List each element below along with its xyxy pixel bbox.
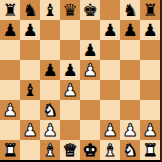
square-e1[interactable]: ♚ [80,140,100,160]
white-rook[interactable]: ♜ [2,140,17,160]
square-h2[interactable]: ♟ [140,120,160,140]
square-a8[interactable]: ♜ [0,0,20,20]
square-d1[interactable]: ♛ [60,140,80,160]
square-b3[interactable] [20,100,40,120]
square-g4[interactable] [120,80,140,100]
black-queen[interactable]: ♛ [62,0,77,20]
square-e3[interactable] [80,100,100,120]
square-a4[interactable] [0,80,20,100]
white-pawn[interactable]: ♟ [2,100,17,120]
square-d4[interactable]: ♟ [60,80,80,100]
black-bishop[interactable]: ♝ [22,80,37,100]
black-king[interactable]: ♚ [82,0,97,20]
square-f3[interactable] [100,100,120,120]
square-c6[interactable] [40,40,60,60]
square-e7[interactable] [80,20,100,40]
square-a1[interactable]: ♜ [0,140,20,160]
white-knight[interactable]: ♞ [122,140,137,160]
square-g5[interactable] [120,60,140,80]
square-g1[interactable]: ♞ [120,140,140,160]
white-pawn[interactable]: ♟ [122,120,137,140]
square-a7[interactable]: ♟ [0,20,20,40]
square-b1[interactable] [20,140,40,160]
white-pawn[interactable]: ♟ [22,120,37,140]
square-h1[interactable]: ♜ [140,140,160,160]
square-b4[interactable]: ♝ [20,80,40,100]
black-pawn[interactable]: ♟ [122,20,137,40]
square-b2[interactable]: ♟ [20,120,40,140]
board-container: ♜♞♝♛♚♞♜♟♟♟♟♟♟♟♟♟♝♟♟♞♟♟♟♟♟♜♝♛♚♝♞♜ [0,0,162,162]
square-e6[interactable]: ♟ [80,40,100,60]
square-c7[interactable] [40,20,60,40]
black-pawn[interactable]: ♟ [42,60,57,80]
black-bishop[interactable]: ♝ [42,0,57,20]
square-a5[interactable] [0,60,20,80]
white-king[interactable]: ♚ [82,140,97,160]
square-d5[interactable]: ♟ [60,60,80,80]
square-h5[interactable] [140,60,160,80]
square-b6[interactable] [20,40,40,60]
white-bishop[interactable]: ♝ [42,140,57,160]
square-e4[interactable] [80,80,100,100]
square-d3[interactable] [60,100,80,120]
white-pawn[interactable]: ♟ [102,120,117,140]
square-f6[interactable] [100,40,120,60]
square-f1[interactable]: ♝ [100,140,120,160]
square-c1[interactable]: ♝ [40,140,60,160]
square-h7[interactable]: ♟ [140,20,160,40]
square-g2[interactable]: ♟ [120,120,140,140]
square-c5[interactable]: ♟ [40,60,60,80]
black-pawn[interactable]: ♟ [62,60,77,80]
square-c8[interactable]: ♝ [40,0,60,20]
square-a6[interactable] [0,40,20,60]
square-d8[interactable]: ♛ [60,0,80,20]
square-f2[interactable]: ♟ [100,120,120,140]
square-d2[interactable] [60,120,80,140]
square-f7[interactable]: ♟ [100,20,120,40]
square-b7[interactable]: ♟ [20,20,40,40]
white-bishop[interactable]: ♝ [102,140,117,160]
square-e2[interactable] [80,120,100,140]
white-pawn[interactable]: ♟ [82,60,97,80]
black-pawn[interactable]: ♟ [102,20,117,40]
square-a3[interactable]: ♟ [0,100,20,120]
white-pawn[interactable]: ♟ [62,80,77,100]
black-pawn[interactable]: ♟ [2,20,17,40]
black-knight[interactable]: ♞ [22,0,37,20]
square-c3[interactable]: ♞ [40,100,60,120]
square-g7[interactable]: ♟ [120,20,140,40]
black-pawn[interactable]: ♟ [142,20,157,40]
square-g8[interactable]: ♞ [120,0,140,20]
square-e8[interactable]: ♚ [80,0,100,20]
chess-board: ♜♞♝♛♚♞♜♟♟♟♟♟♟♟♟♟♝♟♟♞♟♟♟♟♟♜♝♛♚♝♞♜ [0,0,162,162]
square-b5[interactable] [20,60,40,80]
white-knight[interactable]: ♞ [42,100,57,120]
white-rook[interactable]: ♜ [142,140,157,160]
black-rook[interactable]: ♜ [142,0,157,20]
black-pawn[interactable]: ♟ [82,40,97,60]
white-pawn[interactable]: ♟ [142,120,157,140]
square-d6[interactable] [60,40,80,60]
black-knight[interactable]: ♞ [122,0,137,20]
square-h6[interactable] [140,40,160,60]
square-f8[interactable] [100,0,120,20]
square-h3[interactable] [140,100,160,120]
white-queen[interactable]: ♛ [62,140,77,160]
square-h8[interactable]: ♜ [140,0,160,20]
square-c2[interactable]: ♟ [40,120,60,140]
black-rook[interactable]: ♜ [2,0,17,20]
square-f4[interactable] [100,80,120,100]
square-g6[interactable] [120,40,140,60]
square-c4[interactable] [40,80,60,100]
square-d7[interactable] [60,20,80,40]
square-g3[interactable] [120,100,140,120]
black-pawn[interactable]: ♟ [22,20,37,40]
square-e5[interactable]: ♟ [80,60,100,80]
white-pawn[interactable]: ♟ [42,120,57,140]
square-h4[interactable] [140,80,160,100]
square-b8[interactable]: ♞ [20,0,40,20]
square-a2[interactable] [0,120,20,140]
square-f5[interactable] [100,60,120,80]
